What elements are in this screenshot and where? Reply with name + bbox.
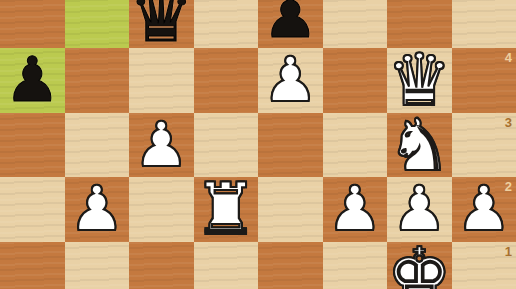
- square-f1[interactable]: [323, 242, 388, 289]
- square-g1[interactable]: ♚: [387, 242, 452, 289]
- white-pawn[interactable]: ♟: [456, 178, 512, 240]
- square-f5[interactable]: [323, 0, 388, 48]
- square-h3[interactable]: 3: [452, 113, 516, 178]
- white-knight[interactable]: ♞: [387, 109, 452, 181]
- square-e1[interactable]: [258, 242, 323, 289]
- chess-app-screenshot: ♛♟♟♟♛4♟♞3♟♜♟♟2♟♚1: [0, 0, 516, 289]
- square-f2[interactable]: ♟: [323, 177, 388, 242]
- rank-label-3: 3: [505, 115, 512, 130]
- black-pawn[interactable]: ♟: [4, 49, 60, 111]
- square-b2[interactable]: ♟: [65, 177, 130, 242]
- black-queen[interactable]: ♛: [129, 0, 194, 52]
- square-b3[interactable]: [65, 113, 130, 178]
- square-e5[interactable]: ♟: [258, 0, 323, 48]
- white-pawn[interactable]: ♟: [69, 178, 125, 240]
- square-h4[interactable]: 4: [452, 48, 516, 113]
- square-c2[interactable]: [129, 177, 194, 242]
- white-pawn[interactable]: ♟: [262, 49, 318, 111]
- square-f3[interactable]: [323, 113, 388, 178]
- square-c3[interactable]: ♟: [129, 113, 194, 178]
- white-pawn[interactable]: ♟: [327, 178, 383, 240]
- rank-label-1: 1: [505, 244, 512, 259]
- square-e3[interactable]: [258, 113, 323, 178]
- square-f4[interactable]: [323, 48, 388, 113]
- black-pawn[interactable]: ♟: [262, 0, 318, 47]
- square-b5[interactable]: [65, 0, 130, 48]
- square-d4[interactable]: [194, 48, 259, 113]
- square-a5[interactable]: [0, 0, 65, 48]
- square-e4[interactable]: ♟: [258, 48, 323, 113]
- white-rook[interactable]: ♜: [193, 173, 258, 245]
- square-d2[interactable]: ♜: [194, 177, 259, 242]
- white-king[interactable]: ♚: [387, 238, 452, 289]
- square-e2[interactable]: [258, 177, 323, 242]
- square-c1[interactable]: [129, 242, 194, 289]
- square-a1[interactable]: [0, 242, 65, 289]
- white-pawn[interactable]: ♟: [133, 114, 189, 176]
- square-h5[interactable]: [452, 0, 516, 48]
- square-b1[interactable]: [65, 242, 130, 289]
- square-g3[interactable]: ♞: [387, 113, 452, 178]
- square-h2[interactable]: 2♟: [452, 177, 516, 242]
- square-a2[interactable]: [0, 177, 65, 242]
- white-pawn[interactable]: ♟: [391, 178, 447, 240]
- rank-label-4: 4: [505, 50, 512, 65]
- square-h1[interactable]: 1: [452, 242, 516, 289]
- square-d5[interactable]: [194, 0, 259, 48]
- square-a4[interactable]: ♟: [0, 48, 65, 113]
- square-b4[interactable]: [65, 48, 130, 113]
- square-c5[interactable]: ♛: [129, 0, 194, 48]
- square-a3[interactable]: [0, 113, 65, 178]
- chess-board: ♛♟♟♟♛4♟♞3♟♜♟♟2♟♚1: [0, 0, 516, 289]
